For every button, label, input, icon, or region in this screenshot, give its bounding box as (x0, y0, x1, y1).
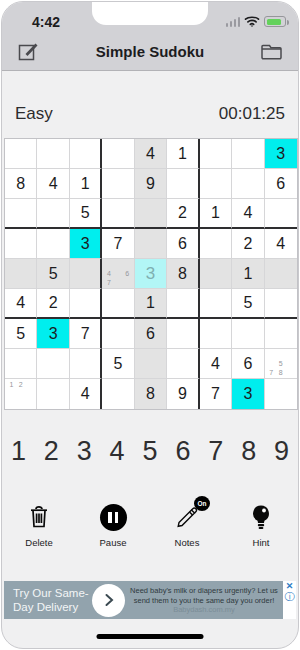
cellular-icon (226, 17, 241, 27)
ad-body: Need baby's milk or diapers urgently? Le… (125, 586, 283, 615)
numpad-key-5[interactable]: 5 (134, 424, 167, 478)
cell-r4c8[interactable]: 2 (232, 229, 264, 259)
cell-r8c6[interactable] (167, 349, 199, 379)
cell-r7c7[interactable] (200, 319, 232, 349)
ad-text-line1: Need baby's milk or diapers urgently? Le… (127, 586, 281, 596)
cell-r3c7[interactable]: 1 (200, 199, 232, 229)
cell-value: 6 (146, 325, 155, 343)
cell-value: 5 (81, 204, 90, 222)
cell-r8c5[interactable] (135, 349, 167, 379)
pause-label: Pause (100, 537, 127, 548)
game-info-bar: Easy 00:01:25 (2, 103, 298, 125)
cell-r5c5[interactable]: 3 (135, 259, 167, 289)
pencil-notes: 578 (265, 349, 297, 378)
trash-icon (28, 505, 50, 529)
cell-r1c8[interactable] (232, 139, 264, 169)
cell-value: 5 (114, 355, 123, 373)
cell-r2c7[interactable] (200, 169, 232, 199)
ad-headline: Try Our Same-Day Delivery (4, 586, 94, 615)
cell-value: 4 (81, 385, 90, 403)
cell-r9c1[interactable]: 12 (5, 379, 37, 409)
cell-r9c3[interactable]: 4 (70, 379, 102, 409)
ad-controls: ✕ ⓘ (283, 581, 296, 619)
cell-r6c6[interactable] (167, 289, 199, 319)
cell-r2c8[interactable] (232, 169, 264, 199)
cell-value: 8 (16, 175, 25, 193)
ad-text-line2: send them to you the same day you order! (127, 596, 281, 606)
cell-r9c7[interactable]: 7 (200, 379, 232, 409)
numpad-key-4[interactable]: 4 (101, 424, 134, 478)
hint-label: Hint (253, 537, 270, 548)
cell-r7c9[interactable] (265, 319, 297, 349)
app-title: Simple Sudoku (96, 43, 204, 60)
number-pad: 1 2 3 4 5 6 7 8 9 (2, 424, 298, 478)
cell-value: 3 (276, 145, 285, 163)
cell-r7c2[interactable]: 3 (37, 319, 69, 349)
cell-r6c8[interactable]: 5 (232, 289, 264, 319)
cell-r5c6[interactable]: 8 (167, 259, 199, 289)
cell-r4c5[interactable] (135, 229, 167, 259)
cell-value: 3 (243, 385, 252, 403)
cell-r6c7[interactable] (200, 289, 232, 319)
cell-r8c1[interactable] (5, 349, 37, 379)
cell-value: 9 (178, 385, 187, 403)
cell-r4c3[interactable]: 3 (70, 229, 102, 259)
cell-r2c9[interactable]: 6 (265, 169, 297, 199)
numpad-key-9[interactable]: 9 (265, 424, 298, 478)
status-icons (226, 13, 287, 31)
cell-r4c4[interactable]: 7 (102, 229, 134, 259)
cell-r3c4[interactable] (102, 199, 134, 229)
numpad-key-7[interactable]: 7 (199, 424, 232, 478)
cell-r2c2[interactable]: 4 (37, 169, 69, 199)
ad-banner[interactable]: Try Our Same-Day Delivery Need baby's mi… (4, 581, 296, 619)
cell-r3c9[interactable] (265, 199, 297, 229)
cell-value: 3 (49, 325, 58, 343)
cell-r2c4[interactable] (102, 169, 134, 199)
numpad-key-2[interactable]: 2 (35, 424, 68, 478)
cell-value: 6 (276, 175, 285, 193)
cell-r5c8[interactable]: 1 (232, 259, 264, 289)
cell-r9c4[interactable] (102, 379, 134, 409)
ad-close-button[interactable]: ✕ (286, 582, 294, 591)
cell-r3c3[interactable]: 5 (70, 199, 102, 229)
cell-r6c5[interactable]: 1 (135, 289, 167, 319)
cell-value: 3 (81, 235, 90, 253)
cell-r4c1[interactable] (5, 229, 37, 259)
cell-r7c3[interactable]: 7 (70, 319, 102, 349)
battery-icon (264, 16, 286, 27)
new-game-button[interactable] (15, 38, 41, 64)
cell-r5c2[interactable]: 5 (37, 259, 69, 289)
cell-r3c5[interactable] (135, 199, 167, 229)
cell-r7c6[interactable] (167, 319, 199, 349)
chevron-right-icon (103, 593, 115, 607)
cell-r4c2[interactable] (37, 229, 69, 259)
numpad-key-1[interactable]: 1 (2, 424, 35, 478)
phone-screen: 4:42 (1, 1, 299, 649)
cell-r9c2[interactable] (37, 379, 69, 409)
pause-button[interactable]: Pause (76, 502, 150, 548)
folder-icon (260, 42, 284, 60)
pencil-notes: 12 (5, 379, 36, 409)
cell-value: 1 (243, 265, 252, 283)
notes-on-badge: On (194, 496, 210, 511)
pencil-notes: 467 (102, 259, 133, 288)
cell-r1c6[interactable]: 1 (167, 139, 199, 169)
cell-value: 4 (211, 355, 220, 373)
cell-value: 4 (146, 145, 155, 163)
cell-r5c1[interactable] (5, 259, 37, 289)
toolbar: Delete Pause On Notes (2, 502, 298, 548)
cell-r3c1[interactable] (5, 199, 37, 229)
cell-r8c4[interactable]: 5 (102, 349, 134, 379)
cell-value: 2 (49, 294, 58, 312)
delete-label: Delete (25, 537, 52, 548)
cell-r9c9[interactable] (265, 379, 297, 409)
notes-toggle-button[interactable]: On Notes (150, 502, 224, 548)
cell-r4c7[interactable] (200, 229, 232, 259)
cell-value: 4 (49, 175, 58, 193)
lightbulb-icon (251, 504, 271, 531)
cell-r6c4[interactable] (102, 289, 134, 319)
cell-r6c9[interactable] (265, 289, 297, 319)
cell-r2c5[interactable]: 9 (135, 169, 167, 199)
cell-r6c2[interactable]: 2 (37, 289, 69, 319)
cell-r6c1[interactable]: 4 (5, 289, 37, 319)
cell-r8c9[interactable]: 578 (265, 349, 297, 379)
cell-value: 6 (178, 235, 187, 253)
cell-r2c6[interactable] (167, 169, 199, 199)
cell-r3c6[interactable]: 2 (167, 199, 199, 229)
cell-value: 5 (49, 265, 58, 283)
cell-r9c6[interactable]: 9 (167, 379, 199, 409)
cell-r7c4[interactable] (102, 319, 134, 349)
cell-r9c8[interactable]: 3 (232, 379, 264, 409)
cell-value: 5 (16, 325, 25, 343)
ad-info-button[interactable]: ⓘ (285, 592, 295, 602)
notch (92, 1, 208, 25)
notes-label: Notes (175, 537, 200, 548)
cell-value: 4 (16, 294, 25, 312)
cell-r4c6[interactable]: 6 (167, 229, 199, 259)
cell-value: 2 (178, 204, 187, 222)
nav-bar: Simple Sudoku (2, 32, 298, 70)
numpad-key-3[interactable]: 3 (68, 424, 101, 478)
cell-value: 4 (243, 204, 252, 222)
difficulty-label: Easy (15, 104, 53, 124)
ad-cta-button[interactable] (92, 584, 125, 617)
hint-button[interactable]: Hint (224, 502, 298, 548)
cell-r4c9[interactable]: 4 (265, 229, 297, 259)
cell-value: 3 (146, 264, 155, 284)
cell-r3c8[interactable]: 4 (232, 199, 264, 229)
cell-r1c1[interactable] (5, 139, 37, 169)
cell-r6c3[interactable] (70, 289, 102, 319)
home-indicator[interactable] (97, 634, 204, 639)
compose-icon (16, 39, 40, 63)
cell-r8c2[interactable] (37, 349, 69, 379)
top-chrome: 4:42 (2, 2, 298, 71)
cell-value: 1 (211, 204, 220, 222)
cell-value: 7 (114, 235, 123, 253)
cell-r8c8[interactable]: 6 (232, 349, 264, 379)
puzzles-button[interactable] (259, 38, 285, 64)
cell-value: 4 (276, 235, 285, 253)
cell-value: 7 (211, 385, 220, 403)
cell-value: 5 (243, 294, 252, 312)
cell-r2c1[interactable]: 8 (5, 169, 37, 199)
cell-r8c7[interactable]: 4 (200, 349, 232, 379)
cell-value: 7 (81, 325, 90, 343)
cell-value: 9 (146, 175, 155, 193)
sudoku-grid: 4138419652143762454673814215537654657812… (4, 138, 298, 410)
wifi-icon (244, 13, 260, 31)
cell-r7c5[interactable]: 6 (135, 319, 167, 349)
cell-r2c3[interactable]: 1 (70, 169, 102, 199)
cell-value: 8 (146, 385, 155, 403)
cell-r8c3[interactable] (70, 349, 102, 379)
numpad-key-8[interactable]: 8 (232, 424, 265, 478)
cell-value: 6 (243, 355, 252, 373)
cell-value: 2 (243, 235, 252, 253)
cell-r1c9[interactable]: 3 (265, 139, 297, 169)
cell-r3c2[interactable] (37, 199, 69, 229)
cell-r1c4[interactable] (102, 139, 134, 169)
cell-r1c3[interactable] (70, 139, 102, 169)
ad-domain: Babydash.com.my (127, 605, 281, 614)
cell-value: 1 (146, 294, 155, 312)
cell-r1c7[interactable] (200, 139, 232, 169)
delete-button[interactable]: Delete (2, 502, 76, 548)
cell-r7c1[interactable]: 5 (5, 319, 37, 349)
cell-r5c9[interactable] (265, 259, 297, 289)
cell-r5c3[interactable] (70, 259, 102, 289)
cell-r9c5[interactable]: 8 (135, 379, 167, 409)
timer: 00:01:25 (219, 104, 285, 124)
cell-r5c7[interactable] (200, 259, 232, 289)
cell-r7c8[interactable] (232, 319, 264, 349)
cell-value: 8 (178, 265, 187, 283)
clock: 4:42 (32, 14, 60, 30)
cell-value: 1 (81, 175, 90, 193)
cell-r5c4[interactable]: 467 (102, 259, 134, 289)
pause-icon (100, 504, 127, 531)
numpad-key-6[interactable]: 6 (166, 424, 199, 478)
cell-value: 1 (178, 145, 187, 163)
cell-r1c2[interactable] (37, 139, 69, 169)
cell-r1c5[interactable]: 4 (135, 139, 167, 169)
